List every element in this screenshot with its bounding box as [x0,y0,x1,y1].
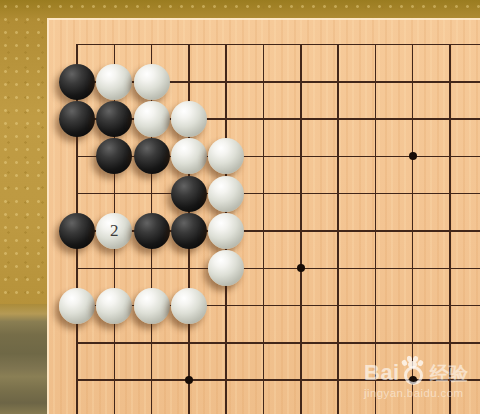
black-stone-c2r4 [96,138,132,174]
white-stone-c4r3 [171,101,207,137]
white-stone-c4r8 [171,288,207,324]
white-stone-c2r2 [96,64,132,100]
grid-line-horizontal [77,342,480,344]
white-stone-c4r4 [171,138,207,174]
black-stone-c3r6 [134,213,170,249]
screenshot-root: 2 Bai 经验 jingyan.baidu.com [0,0,480,414]
move-number-label: 2 [96,213,132,249]
black-stone-c4r5 [171,176,207,212]
white-stone-c5r7 [208,250,244,286]
watermark-jingyan-text: 经验 [430,364,468,386]
grid-line-horizontal [77,268,480,270]
white-stone-c2r8 [96,288,132,324]
white-stone-c3r2 [134,64,170,100]
black-stone-c4r6 [171,213,207,249]
black-stone-c1r2 [59,64,95,100]
watermark-brand-row: Bai 经验 [364,356,468,386]
grid-line-horizontal [77,193,480,195]
baidu-jingyan-watermark: Bai 经验 jingyan.baidu.com [364,356,468,400]
star-point [185,376,193,384]
black-stone-c2r3 [96,101,132,137]
grid-line-horizontal [77,44,480,46]
grid-line-vertical [263,44,265,414]
watermark-url: jingyan.baidu.com [364,388,468,400]
watermark-bai-text: Bai [364,362,400,386]
baidu-paw-icon [401,356,428,386]
star-point [409,152,417,160]
go-board[interactable]: 2 [47,18,480,414]
white-stone-c5r6 [208,213,244,249]
white-stone-c5r4 [208,138,244,174]
white-stone-c3r8 [134,288,170,324]
black-stone-c1r3 [59,101,95,137]
black-stone-c3r4 [134,138,170,174]
grid-line-vertical [337,44,339,414]
white-stone-c1r8 [59,288,95,324]
star-point [297,264,305,272]
grid-line-vertical [300,44,302,414]
background-landscape-painting [0,304,48,414]
white-stone-c3r3 [134,101,170,137]
black-stone-c1r6 [59,213,95,249]
white-stone-c5r5 [208,176,244,212]
